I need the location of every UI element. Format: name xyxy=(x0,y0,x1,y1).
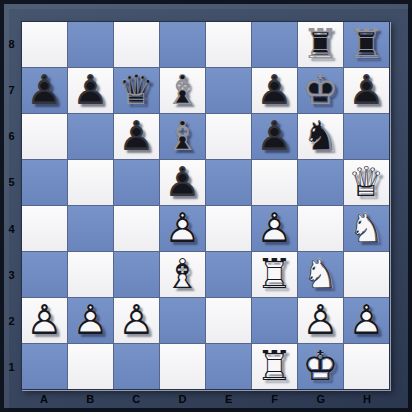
square-d6[interactable]: ♝♗ xyxy=(160,114,205,159)
file-label-e: E xyxy=(206,390,252,407)
piece-white-pawn[interactable]: ♟♙ xyxy=(252,206,297,251)
square-f4[interactable]: ♟♙ xyxy=(252,206,297,251)
square-b2[interactable]: ♟♙ xyxy=(68,298,113,343)
rank-label-3: 3 xyxy=(0,252,21,298)
file-label-c: C xyxy=(113,390,159,407)
square-b1[interactable] xyxy=(68,344,113,389)
rank-label-1: 1 xyxy=(0,344,21,390)
square-f3[interactable]: ♜♖ xyxy=(252,252,297,297)
square-h4[interactable]: ♞♘ xyxy=(344,206,389,251)
square-b8[interactable] xyxy=(68,22,113,67)
square-h2[interactable]: ♟♙ xyxy=(344,298,389,343)
piece-white-pawn[interactable]: ♟♙ xyxy=(298,298,343,343)
square-a8[interactable] xyxy=(22,22,67,67)
square-g6[interactable]: ♞♘ xyxy=(298,114,343,159)
rank-label-7: 7 xyxy=(0,67,21,113)
file-label-h: H xyxy=(344,390,390,407)
square-h5[interactable]: ♛♕ xyxy=(344,160,389,205)
square-b3[interactable] xyxy=(68,252,113,297)
square-a6[interactable] xyxy=(22,114,67,159)
file-label-d: D xyxy=(159,390,205,407)
square-a5[interactable] xyxy=(22,160,67,205)
piece-black-pawn[interactable]: ♟♙ xyxy=(22,68,67,113)
square-f1[interactable]: ♜♖ xyxy=(252,344,297,389)
rank-label-8: 8 xyxy=(0,21,21,67)
piece-white-king[interactable]: ♚♔ xyxy=(298,344,343,389)
square-b7[interactable]: ♟♙ xyxy=(68,68,113,113)
piece-white-bishop[interactable]: ♝♗ xyxy=(160,252,205,297)
rank-label-2: 2 xyxy=(0,298,21,344)
square-a1[interactable] xyxy=(22,344,67,389)
square-e3[interactable] xyxy=(206,252,251,297)
square-d1[interactable] xyxy=(160,344,205,389)
square-h8[interactable]: ♜♖ xyxy=(344,22,389,67)
file-label-g: G xyxy=(298,390,344,407)
square-d4[interactable]: ♟♙ xyxy=(160,206,205,251)
piece-white-pawn[interactable]: ♟♙ xyxy=(22,298,67,343)
piece-black-king[interactable]: ♚♔ xyxy=(298,68,343,113)
piece-black-bishop[interactable]: ♝♗ xyxy=(160,68,205,113)
piece-black-pawn[interactable]: ♟♙ xyxy=(344,68,389,113)
square-g3[interactable]: ♞♘ xyxy=(298,252,343,297)
square-c6[interactable]: ♟♙ xyxy=(114,114,159,159)
square-a4[interactable] xyxy=(22,206,67,251)
piece-black-rook[interactable]: ♜♖ xyxy=(344,22,389,67)
square-a7[interactable]: ♟♙ xyxy=(22,68,67,113)
square-b4[interactable] xyxy=(68,206,113,251)
square-e4[interactable] xyxy=(206,206,251,251)
rank-label-6: 6 xyxy=(0,113,21,159)
square-e5[interactable] xyxy=(206,160,251,205)
file-label-a: A xyxy=(21,390,67,407)
rank-labels: 87654321 xyxy=(0,21,21,390)
rank-label-4: 4 xyxy=(0,206,21,252)
square-f7[interactable]: ♟♙ xyxy=(252,68,297,113)
piece-white-pawn[interactable]: ♟♙ xyxy=(344,298,389,343)
square-e1[interactable] xyxy=(206,344,251,389)
square-g5[interactable] xyxy=(298,160,343,205)
piece-white-knight[interactable]: ♞♘ xyxy=(298,252,343,297)
square-d5[interactable]: ♟♙ xyxy=(160,160,205,205)
square-g7[interactable]: ♚♔ xyxy=(298,68,343,113)
square-f8[interactable] xyxy=(252,22,297,67)
square-d7[interactable]: ♝♗ xyxy=(160,68,205,113)
piece-black-knight[interactable]: ♞♘ xyxy=(298,114,343,159)
file-label-f: F xyxy=(252,390,298,407)
square-g4[interactable] xyxy=(298,206,343,251)
square-a2[interactable]: ♟♙ xyxy=(22,298,67,343)
piece-white-rook[interactable]: ♜♖ xyxy=(252,252,297,297)
square-h1[interactable] xyxy=(344,344,389,389)
chess-board-widget: 87654321 ABCDEFGH ♜♖♜♖♟♙♟♙♛♕♝♗♟♙♚♔♟♙♟♙♝♗… xyxy=(0,0,412,412)
square-c8[interactable] xyxy=(114,22,159,67)
piece-black-queen[interactable]: ♛♕ xyxy=(114,68,159,113)
square-e2[interactable] xyxy=(206,298,251,343)
square-d8[interactable] xyxy=(160,22,205,67)
file-labels: ABCDEFGH xyxy=(21,390,390,407)
square-f5[interactable] xyxy=(252,160,297,205)
piece-white-knight[interactable]: ♞♘ xyxy=(344,206,389,251)
square-f2[interactable] xyxy=(252,298,297,343)
piece-white-queen[interactable]: ♛♕ xyxy=(344,160,389,205)
square-c7[interactable]: ♛♕ xyxy=(114,68,159,113)
piece-black-pawn[interactable]: ♟♙ xyxy=(160,160,205,205)
piece-black-rook[interactable]: ♜♖ xyxy=(298,22,343,67)
square-c4[interactable] xyxy=(114,206,159,251)
piece-white-pawn[interactable]: ♟♙ xyxy=(114,298,159,343)
piece-black-bishop[interactable]: ♝♗ xyxy=(160,114,205,159)
square-e8[interactable] xyxy=(206,22,251,67)
square-h3[interactable] xyxy=(344,252,389,297)
square-f6[interactable]: ♟♙ xyxy=(252,114,297,159)
chess-board: ♜♖♜♖♟♙♟♙♛♕♝♗♟♙♚♔♟♙♟♙♝♗♟♙♞♘♟♙♛♕♟♙♟♙♞♘♝♗♜♖… xyxy=(21,21,390,390)
square-c1[interactable] xyxy=(114,344,159,389)
piece-white-rook[interactable]: ♜♖ xyxy=(252,344,297,389)
piece-black-pawn[interactable]: ♟♙ xyxy=(252,114,297,159)
square-g2[interactable]: ♟♙ xyxy=(298,298,343,343)
square-h7[interactable]: ♟♙ xyxy=(344,68,389,113)
square-b5[interactable] xyxy=(68,160,113,205)
piece-black-pawn[interactable]: ♟♙ xyxy=(114,114,159,159)
square-e6[interactable] xyxy=(206,114,251,159)
square-a3[interactable] xyxy=(22,252,67,297)
file-label-b: B xyxy=(67,390,113,407)
square-d2[interactable] xyxy=(160,298,205,343)
square-g8[interactable]: ♜♖ xyxy=(298,22,343,67)
square-c3[interactable] xyxy=(114,252,159,297)
square-g1[interactable]: ♚♔ xyxy=(298,344,343,389)
square-c2[interactable]: ♟♙ xyxy=(114,298,159,343)
piece-black-pawn[interactable]: ♟♙ xyxy=(68,68,113,113)
square-b6[interactable] xyxy=(68,114,113,159)
square-e7[interactable] xyxy=(206,68,251,113)
square-h6[interactable] xyxy=(344,114,389,159)
rank-label-5: 5 xyxy=(0,159,21,205)
square-d3[interactable]: ♝♗ xyxy=(160,252,205,297)
piece-white-pawn[interactable]: ♟♙ xyxy=(68,298,113,343)
square-c5[interactable] xyxy=(114,160,159,205)
piece-white-pawn[interactable]: ♟♙ xyxy=(160,206,205,251)
piece-black-pawn[interactable]: ♟♙ xyxy=(252,68,297,113)
